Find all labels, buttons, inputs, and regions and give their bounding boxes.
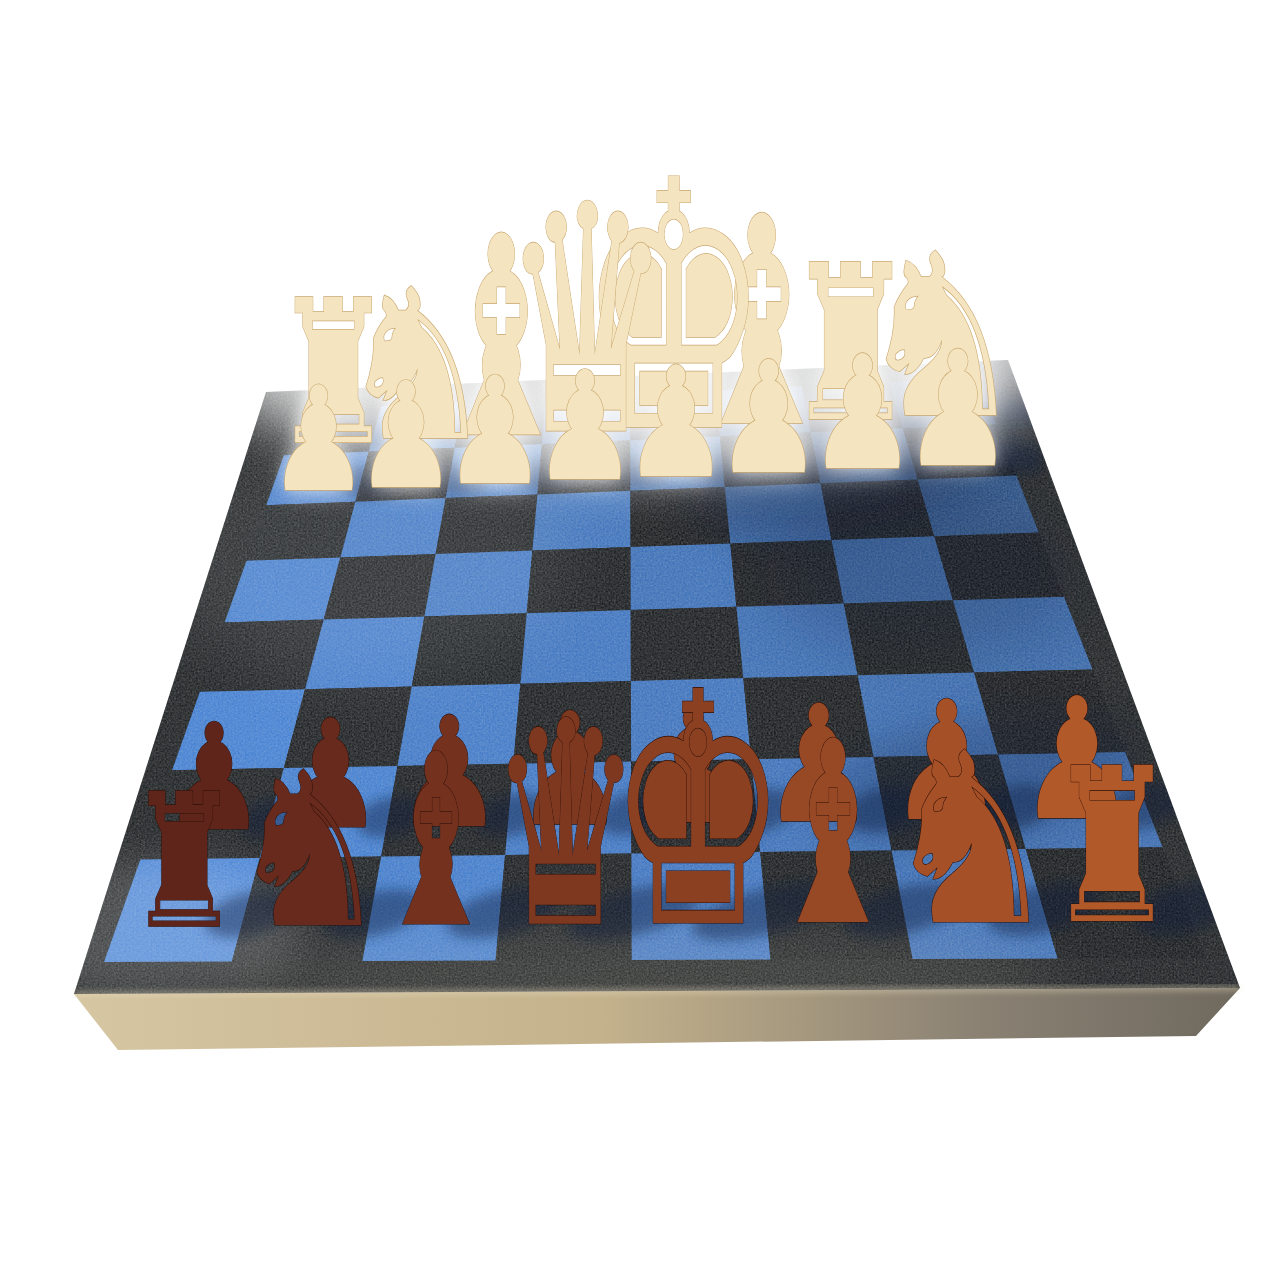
piece-black-queen-e8[interactable]: ♛ <box>490 661 642 991</box>
piece-black-bishop-f8[interactable]: ♝ <box>372 704 500 980</box>
piece-white-pawn-a2[interactable]: ♟ <box>902 316 1014 502</box>
piece-white-pawn-g2[interactable]: ♟ <box>355 350 458 521</box>
piece-white-pawn-e2[interactable]: ♟ <box>532 339 638 515</box>
piece-white-pawn-h2[interactable]: ♟ <box>268 355 369 524</box>
piece-black-knight-g8[interactable]: ♞ <box>227 727 390 976</box>
piece-black-rook-a8[interactable]: ♜ <box>1047 722 1177 971</box>
piece-white-pawn-d2[interactable]: ♟ <box>623 334 730 511</box>
piece-white-pawn-f2[interactable]: ♟ <box>443 345 547 518</box>
chessboard-scene: ♞♜♝♚♛♝♞♜♟♟♟♟♟♟♟♟♞♜♝♚♛♝♞♜♟♟♟♟♟♟♟♟♟♟♟♟♟♟♟♟… <box>0 0 1280 1280</box>
piece-black-rook-h8[interactable]: ♜ <box>128 754 241 969</box>
piece-black-knight-b8[interactable]: ♞ <box>881 702 1061 978</box>
photo-stage: ♞♜♝♚♛♝♞♜♟♟♟♟♟♟♟♟♞♜♝♚♛♝♞♜♟♟♟♟♟♟♟♟♟♟♟♟♟♟♟♟… <box>0 0 1280 1280</box>
piece-white-pawn-b2[interactable]: ♟ <box>808 322 918 505</box>
piece-white-pawn-c2[interactable]: ♟ <box>714 328 823 509</box>
